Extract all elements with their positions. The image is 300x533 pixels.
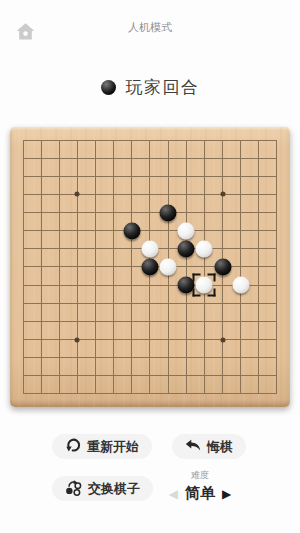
grid-cell <box>77 357 95 375</box>
grid-cell <box>95 266 113 284</box>
grid-cell <box>113 321 131 339</box>
grid-cell <box>258 375 276 393</box>
grid-cell <box>240 158 258 176</box>
grid-cell <box>168 158 186 176</box>
grid-cell <box>23 140 41 158</box>
grid-cell <box>258 212 276 230</box>
grid-cell <box>59 230 77 248</box>
grid-cell <box>149 357 167 375</box>
grid-cell <box>240 339 258 357</box>
grid-cell <box>77 248 95 266</box>
black-stone <box>142 259 159 276</box>
grid-cell <box>222 212 240 230</box>
grid-cell <box>77 230 95 248</box>
grid-cell <box>77 321 95 339</box>
grid-cell <box>258 230 276 248</box>
grid-cell <box>95 339 113 357</box>
grid-cell <box>149 176 167 194</box>
grid-cell <box>240 321 258 339</box>
grid-cell <box>77 285 95 303</box>
grid-cell <box>41 285 59 303</box>
grid-cell <box>222 339 240 357</box>
restart-icon <box>65 437 81 456</box>
black-stone <box>123 222 140 239</box>
grid-cell <box>240 375 258 393</box>
grid-cell <box>149 285 167 303</box>
grid-cell <box>131 375 149 393</box>
black-stone <box>160 204 177 221</box>
grid-cell <box>23 230 41 248</box>
grid-cell <box>204 212 222 230</box>
undo-icon <box>185 439 201 455</box>
grid-cell <box>41 321 59 339</box>
difficulty-next-arrow-icon[interactable]: ▶ <box>222 487 231 501</box>
grid-cell <box>204 357 222 375</box>
grid-cell <box>23 212 41 230</box>
grid-cell <box>95 248 113 266</box>
grid-cell <box>240 212 258 230</box>
grid-cell <box>131 140 149 158</box>
grid-cell <box>240 194 258 212</box>
grid-cell <box>59 339 77 357</box>
grid-cell <box>59 357 77 375</box>
grid-cell <box>113 176 131 194</box>
grid-cell <box>222 194 240 212</box>
grid-cell <box>59 248 77 266</box>
turn-status: 玩家回合 <box>0 76 300 99</box>
grid-cell <box>131 285 149 303</box>
grid-cell <box>95 285 113 303</box>
grid-cell <box>149 375 167 393</box>
grid-cell <box>168 321 186 339</box>
grid-cell <box>59 375 77 393</box>
grid-cell <box>95 230 113 248</box>
grid-cell <box>77 194 95 212</box>
grid-cell <box>204 158 222 176</box>
grid-cell <box>186 339 204 357</box>
grid-cell <box>168 140 186 158</box>
grid-cell <box>258 266 276 284</box>
grid-cell <box>131 303 149 321</box>
grid-cell <box>113 140 131 158</box>
grid-cell <box>258 321 276 339</box>
grid-cell <box>23 285 41 303</box>
grid-cell <box>149 140 167 158</box>
grid-cell <box>41 194 59 212</box>
grid-cell <box>41 357 59 375</box>
grid-cell <box>204 176 222 194</box>
difficulty-prev-arrow-icon[interactable]: ◀ <box>169 487 178 501</box>
difficulty-value: 简单 <box>185 484 215 503</box>
black-stone <box>214 259 231 276</box>
grid-cell <box>59 212 77 230</box>
swap-label: 交换棋子 <box>88 480 140 498</box>
swap-icon <box>65 479 82 499</box>
grid-cell <box>131 321 149 339</box>
white-stone <box>160 259 177 276</box>
grid-cell <box>95 303 113 321</box>
grid-cell <box>222 357 240 375</box>
gomoku-board[interactable] <box>10 127 290 407</box>
grid-cell <box>95 176 113 194</box>
grid-cell <box>77 303 95 321</box>
undo-label: 悔棋 <box>207 438 233 456</box>
grid-cell <box>222 140 240 158</box>
grid-cell <box>59 303 77 321</box>
grid-cell <box>23 321 41 339</box>
grid-cell <box>240 176 258 194</box>
grid-cell <box>23 194 41 212</box>
grid-cell <box>95 321 113 339</box>
white-stone <box>196 277 213 294</box>
grid-cell <box>204 321 222 339</box>
grid-cell <box>113 339 131 357</box>
grid-cell <box>240 230 258 248</box>
grid-cell <box>23 176 41 194</box>
grid-cell <box>258 285 276 303</box>
grid-cell <box>204 375 222 393</box>
grid-cell <box>95 375 113 393</box>
grid-cell <box>186 176 204 194</box>
grid-cell <box>204 194 222 212</box>
grid-cell <box>23 158 41 176</box>
grid-cell <box>23 375 41 393</box>
grid-cell <box>186 194 204 212</box>
grid-cell <box>113 194 131 212</box>
grid-cell <box>59 285 77 303</box>
grid-cell <box>258 176 276 194</box>
grid-cell <box>41 266 59 284</box>
grid-cell <box>77 212 95 230</box>
white-stone <box>232 277 249 294</box>
star-point <box>75 192 80 197</box>
black-stone <box>178 240 195 257</box>
grid-cell <box>222 230 240 248</box>
grid-cell <box>131 339 149 357</box>
grid-cell <box>77 266 95 284</box>
grid-cell <box>222 176 240 194</box>
grid-cell <box>258 357 276 375</box>
grid-cell <box>113 248 131 266</box>
grid-cell <box>168 176 186 194</box>
grid-cell <box>113 158 131 176</box>
grid-cell <box>113 266 131 284</box>
grid-cell <box>258 248 276 266</box>
grid-cell <box>59 321 77 339</box>
grid-cell <box>41 230 59 248</box>
grid-cell <box>95 158 113 176</box>
grid-cell <box>240 140 258 158</box>
black-stone-icon <box>101 80 116 95</box>
white-stone <box>196 240 213 257</box>
grid-cell <box>149 321 167 339</box>
grid-cell <box>77 158 95 176</box>
grid-cell <box>204 339 222 357</box>
grid-cell <box>77 176 95 194</box>
grid-cell <box>113 285 131 303</box>
grid-cell <box>168 375 186 393</box>
grid-cell <box>258 158 276 176</box>
page-title: 人机模式 <box>0 20 300 35</box>
grid-cell <box>149 339 167 357</box>
grid-cell <box>113 357 131 375</box>
grid-cell <box>41 248 59 266</box>
grid-cell <box>258 339 276 357</box>
grid-cell <box>222 321 240 339</box>
grid-cell <box>95 357 113 375</box>
grid-cell <box>41 375 59 393</box>
difficulty-label: 难度 <box>158 469 242 482</box>
grid-cell <box>204 140 222 158</box>
grid-cell <box>222 303 240 321</box>
grid-cell <box>149 303 167 321</box>
grid-cell <box>41 140 59 158</box>
turn-label: 玩家回合 <box>126 76 200 99</box>
grid-cell <box>186 357 204 375</box>
grid-cell <box>23 303 41 321</box>
grid-cell <box>41 303 59 321</box>
grid-cell <box>41 158 59 176</box>
grid-cell <box>41 339 59 357</box>
grid-cell <box>131 194 149 212</box>
grid-cell <box>258 194 276 212</box>
grid-cell <box>131 176 149 194</box>
grid-cell <box>59 194 77 212</box>
grid-cell <box>186 140 204 158</box>
grid-cell <box>23 339 41 357</box>
restart-label: 重新开始 <box>87 438 139 456</box>
grid-cell <box>23 248 41 266</box>
grid-cell <box>240 303 258 321</box>
grid-cell <box>23 266 41 284</box>
grid-cell <box>131 158 149 176</box>
grid-cell <box>168 357 186 375</box>
grid-cell <box>77 140 95 158</box>
grid-cell <box>113 375 131 393</box>
grid-cell <box>168 339 186 357</box>
grid-cell <box>59 266 77 284</box>
black-stone <box>178 277 195 294</box>
grid-cell <box>131 357 149 375</box>
grid-cell <box>77 375 95 393</box>
grid-cell <box>240 248 258 266</box>
grid-cell <box>59 140 77 158</box>
star-point <box>220 337 225 342</box>
grid-cell <box>258 140 276 158</box>
star-point <box>220 192 225 197</box>
grid-cell <box>240 357 258 375</box>
white-stone <box>142 240 159 257</box>
grid-cell <box>186 303 204 321</box>
grid-cell <box>77 339 95 357</box>
star-point <box>75 337 80 342</box>
grid-cell <box>204 303 222 321</box>
grid-cell <box>95 140 113 158</box>
grid-cell <box>23 357 41 375</box>
white-stone <box>178 222 195 239</box>
grid-cell <box>59 158 77 176</box>
restart-button[interactable]: 重新开始 <box>52 434 152 459</box>
grid-cell <box>95 212 113 230</box>
grid-cell <box>149 158 167 176</box>
swap-pieces-button[interactable]: 交换棋子 <box>52 476 153 501</box>
grid-cell <box>222 375 240 393</box>
grid-cell <box>59 176 77 194</box>
grid-cell <box>95 194 113 212</box>
grid-cell <box>41 176 59 194</box>
grid-cell <box>41 212 59 230</box>
undo-button[interactable]: 悔棋 <box>172 434 246 459</box>
grid-cell <box>186 158 204 176</box>
grid-cell <box>186 375 204 393</box>
grid-cell <box>258 303 276 321</box>
grid-cell <box>113 303 131 321</box>
grid-cell <box>222 158 240 176</box>
difficulty-stepper: 难度 ◀ 简单 ▶ <box>158 469 242 503</box>
grid-cell <box>168 303 186 321</box>
grid-cell <box>186 321 204 339</box>
